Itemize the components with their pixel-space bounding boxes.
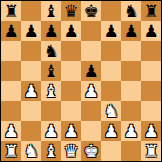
square-c5[interactable]: ♝ <box>41 61 61 81</box>
square-f8[interactable] <box>101 1 121 21</box>
square-d2[interactable]: ♟ <box>61 121 81 141</box>
square-a3[interactable] <box>1 101 21 121</box>
black-pawn[interactable]: ♟ <box>103 21 118 41</box>
square-d3[interactable] <box>61 101 81 121</box>
black-pawn[interactable]: ♟ <box>83 61 98 81</box>
square-g1[interactable] <box>121 141 141 161</box>
square-f2[interactable]: ♟ <box>101 121 121 141</box>
square-b2[interactable] <box>21 121 41 141</box>
square-e1[interactable]: ♚ <box>81 141 101 161</box>
square-e5[interactable]: ♟ <box>81 61 101 81</box>
square-d4[interactable] <box>61 81 81 101</box>
square-g8[interactable]: ♞ <box>121 1 141 21</box>
square-d1[interactable]: ♛ <box>61 141 81 161</box>
square-b4[interactable]: ♟ <box>21 81 41 101</box>
white-pawn[interactable]: ♟ <box>123 121 138 141</box>
square-f4[interactable] <box>101 81 121 101</box>
square-a5[interactable] <box>1 61 21 81</box>
square-a7[interactable]: ♟ <box>1 21 21 41</box>
white-pawn[interactable]: ♟ <box>23 81 38 101</box>
black-knight[interactable]: ♞ <box>123 1 138 21</box>
black-knight[interactable]: ♞ <box>43 41 58 61</box>
square-c2[interactable]: ♟ <box>41 121 61 141</box>
square-f1[interactable] <box>101 141 121 161</box>
black-pawn[interactable]: ♟ <box>43 21 58 41</box>
white-bishop[interactable]: ♝ <box>43 141 58 161</box>
square-f6[interactable] <box>101 41 121 61</box>
square-f7[interactable]: ♟ <box>101 21 121 41</box>
square-a4[interactable] <box>1 81 21 101</box>
square-g6[interactable] <box>121 41 141 61</box>
white-queen[interactable]: ♛ <box>63 141 78 161</box>
square-b7[interactable]: ♟ <box>21 21 41 41</box>
square-c3[interactable] <box>41 101 61 121</box>
white-pawn[interactable]: ♟ <box>103 121 118 141</box>
black-bishop[interactable]: ♝ <box>43 61 58 81</box>
black-rook[interactable]: ♜ <box>3 1 18 21</box>
white-knight[interactable]: ♞ <box>23 141 38 161</box>
square-c6[interactable]: ♞ <box>41 41 61 61</box>
square-e2[interactable] <box>81 121 101 141</box>
square-a1[interactable]: ♜ <box>1 141 21 161</box>
white-knight[interactable]: ♞ <box>103 101 118 121</box>
black-queen[interactable]: ♛ <box>63 1 78 21</box>
square-c7[interactable]: ♟ <box>41 21 61 41</box>
square-g4[interactable] <box>121 81 141 101</box>
square-h2[interactable]: ♟ <box>141 121 161 141</box>
white-rook[interactable]: ♜ <box>3 141 18 161</box>
white-king[interactable]: ♚ <box>83 141 98 161</box>
black-pawn[interactable]: ♟ <box>23 21 38 41</box>
square-f5[interactable] <box>101 61 121 81</box>
square-e6[interactable] <box>81 41 101 61</box>
square-a8[interactable]: ♜ <box>1 1 21 21</box>
square-g7[interactable]: ♟ <box>121 21 141 41</box>
white-pawn[interactable]: ♟ <box>63 121 78 141</box>
square-d5[interactable] <box>61 61 81 81</box>
white-pawn[interactable]: ♟ <box>83 81 98 101</box>
square-a6[interactable] <box>1 41 21 61</box>
square-h7[interactable]: ♟ <box>141 21 161 41</box>
square-g3[interactable] <box>121 101 141 121</box>
black-pawn[interactable]: ♟ <box>63 21 78 41</box>
white-bishop[interactable]: ♝ <box>43 81 58 101</box>
chess-board: ♜♝♛♚♞♜♟♟♟♟♟♟♟♞♝♟♟♝♟♞♟♟♟♟♟♟♜♞♝♛♚♜ <box>0 0 162 162</box>
square-e7[interactable] <box>81 21 101 41</box>
square-b5[interactable] <box>21 61 41 81</box>
square-c8[interactable]: ♝ <box>41 1 61 21</box>
square-h4[interactable] <box>141 81 161 101</box>
square-g2[interactable]: ♟ <box>121 121 141 141</box>
square-d7[interactable]: ♟ <box>61 21 81 41</box>
square-g5[interactable] <box>121 61 141 81</box>
black-pawn[interactable]: ♟ <box>3 21 18 41</box>
black-rook[interactable]: ♜ <box>143 1 158 21</box>
black-pawn[interactable]: ♟ <box>123 21 138 41</box>
square-b3[interactable] <box>21 101 41 121</box>
square-a2[interactable]: ♟ <box>1 121 21 141</box>
square-h1[interactable]: ♜ <box>141 141 161 161</box>
square-d6[interactable] <box>61 41 81 61</box>
square-h3[interactable] <box>141 101 161 121</box>
square-f3[interactable]: ♞ <box>101 101 121 121</box>
square-h6[interactable] <box>141 41 161 61</box>
square-h5[interactable] <box>141 61 161 81</box>
square-c4[interactable]: ♝ <box>41 81 61 101</box>
square-e8[interactable]: ♚ <box>81 1 101 21</box>
square-b6[interactable] <box>21 41 41 61</box>
square-b8[interactable] <box>21 1 41 21</box>
square-b1[interactable]: ♞ <box>21 141 41 161</box>
square-e3[interactable] <box>81 101 101 121</box>
black-bishop[interactable]: ♝ <box>43 1 58 21</box>
square-h8[interactable]: ♜ <box>141 1 161 21</box>
white-pawn[interactable]: ♟ <box>3 121 18 141</box>
square-c1[interactable]: ♝ <box>41 141 61 161</box>
white-pawn[interactable]: ♟ <box>143 121 158 141</box>
black-king[interactable]: ♚ <box>83 1 98 21</box>
square-d8[interactable]: ♛ <box>61 1 81 21</box>
black-pawn[interactable]: ♟ <box>143 21 158 41</box>
white-pawn[interactable]: ♟ <box>43 121 58 141</box>
square-e4[interactable]: ♟ <box>81 81 101 101</box>
white-rook[interactable]: ♜ <box>143 141 158 161</box>
